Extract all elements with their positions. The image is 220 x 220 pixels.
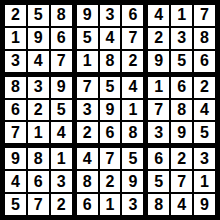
cell-r8c1[interactable]: 4: [5, 171, 26, 192]
cell-r1c2[interactable]: 5: [28, 5, 49, 26]
cell-r4c8[interactable]: 6: [171, 77, 192, 98]
cell-r8c2[interactable]: 6: [28, 171, 49, 192]
cell-r2c7[interactable]: 2: [148, 28, 169, 49]
cell-r9c4[interactable]: 6: [77, 194, 98, 215]
cell-r3c3[interactable]: 7: [51, 51, 72, 72]
cell-r2c6[interactable]: 7: [122, 28, 143, 49]
cell-r7c1[interactable]: 9: [5, 148, 26, 169]
cell-r4c9[interactable]: 2: [194, 77, 215, 98]
cell-r2c1[interactable]: 1: [5, 28, 26, 49]
cell-r2c8[interactable]: 3: [171, 28, 192, 49]
cell-r3c4[interactable]: 1: [77, 51, 98, 72]
cell-r8c7[interactable]: 5: [148, 171, 169, 192]
cell-r6c4[interactable]: 2: [77, 122, 98, 143]
cell-r7c5[interactable]: 7: [100, 148, 121, 169]
cell-r1c3[interactable]: 8: [51, 5, 72, 26]
cell-r1c6[interactable]: 6: [122, 5, 143, 26]
sudoku-box-1: 258196347: [5, 5, 72, 72]
cell-r9c8[interactable]: 4: [171, 194, 192, 215]
cell-r6c7[interactable]: 3: [148, 122, 169, 143]
sudoku-box-5: 754391268: [77, 77, 144, 144]
cell-r4c5[interactable]: 5: [100, 77, 121, 98]
cell-r9c6[interactable]: 3: [122, 194, 143, 215]
sudoku-box-6: 162784395: [148, 77, 215, 144]
sudoku-box-8: 475829613: [77, 148, 144, 215]
sudoku-board: 2581963479365471824172389568396257147543…: [0, 0, 220, 220]
cell-r6c2[interactable]: 1: [28, 122, 49, 143]
cell-r7c3[interactable]: 1: [51, 148, 72, 169]
cell-r3c7[interactable]: 9: [148, 51, 169, 72]
cell-r1c9[interactable]: 7: [194, 5, 215, 26]
cell-r1c8[interactable]: 1: [171, 5, 192, 26]
cell-r3c2[interactable]: 4: [28, 51, 49, 72]
cell-r9c3[interactable]: 2: [51, 194, 72, 215]
cell-r5c9[interactable]: 4: [194, 100, 215, 121]
cell-r5c8[interactable]: 8: [171, 100, 192, 121]
cell-r3c1[interactable]: 3: [5, 51, 26, 72]
cell-r4c2[interactable]: 3: [28, 77, 49, 98]
cell-r2c3[interactable]: 6: [51, 28, 72, 49]
cell-r3c6[interactable]: 2: [122, 51, 143, 72]
cell-r1c1[interactable]: 2: [5, 5, 26, 26]
cell-r3c9[interactable]: 6: [194, 51, 215, 72]
cell-r1c4[interactable]: 9: [77, 5, 98, 26]
cell-r4c1[interactable]: 8: [5, 77, 26, 98]
cell-r3c8[interactable]: 5: [171, 51, 192, 72]
cell-r8c8[interactable]: 7: [171, 171, 192, 192]
cell-r5c7[interactable]: 7: [148, 100, 169, 121]
cell-r2c2[interactable]: 9: [28, 28, 49, 49]
cell-r2c5[interactable]: 4: [100, 28, 121, 49]
sudoku-box-9: 623571849: [148, 148, 215, 215]
cell-r1c5[interactable]: 3: [100, 5, 121, 26]
cell-r4c3[interactable]: 9: [51, 77, 72, 98]
cell-r7c4[interactable]: 4: [77, 148, 98, 169]
cell-r2c4[interactable]: 5: [77, 28, 98, 49]
cell-r8c6[interactable]: 9: [122, 171, 143, 192]
cell-r3c5[interactable]: 8: [100, 51, 121, 72]
cell-r4c7[interactable]: 1: [148, 77, 169, 98]
cell-r4c4[interactable]: 7: [77, 77, 98, 98]
sudoku-box-7: 981463572: [5, 148, 72, 215]
cell-r9c9[interactable]: 9: [194, 194, 215, 215]
cell-r6c5[interactable]: 6: [100, 122, 121, 143]
cell-r9c1[interactable]: 5: [5, 194, 26, 215]
cell-r1c7[interactable]: 4: [148, 5, 169, 26]
cell-r7c8[interactable]: 2: [171, 148, 192, 169]
cell-r9c5[interactable]: 1: [100, 194, 121, 215]
cell-r5c6[interactable]: 1: [122, 100, 143, 121]
sudoku-box-2: 936547182: [77, 5, 144, 72]
cell-r9c2[interactable]: 7: [28, 194, 49, 215]
cell-r8c3[interactable]: 3: [51, 171, 72, 192]
cell-r7c7[interactable]: 6: [148, 148, 169, 169]
cell-r6c3[interactable]: 4: [51, 122, 72, 143]
sudoku-box-4: 839625714: [5, 77, 72, 144]
cell-r5c3[interactable]: 5: [51, 100, 72, 121]
cell-r4c6[interactable]: 4: [122, 77, 143, 98]
cell-r5c4[interactable]: 3: [77, 100, 98, 121]
cell-r8c5[interactable]: 2: [100, 171, 121, 192]
cell-r5c2[interactable]: 2: [28, 100, 49, 121]
cell-r8c4[interactable]: 8: [77, 171, 98, 192]
cell-r6c9[interactable]: 5: [194, 122, 215, 143]
cell-r5c1[interactable]: 6: [5, 100, 26, 121]
cell-r6c1[interactable]: 7: [5, 122, 26, 143]
cell-r2c9[interactable]: 8: [194, 28, 215, 49]
cell-r5c5[interactable]: 9: [100, 100, 121, 121]
cell-r7c6[interactable]: 5: [122, 148, 143, 169]
cell-r7c2[interactable]: 8: [28, 148, 49, 169]
cell-r9c7[interactable]: 8: [148, 194, 169, 215]
cell-r7c9[interactable]: 3: [194, 148, 215, 169]
cell-r6c6[interactable]: 8: [122, 122, 143, 143]
cell-r6c8[interactable]: 9: [171, 122, 192, 143]
cell-r8c9[interactable]: 1: [194, 171, 215, 192]
sudoku-box-3: 417238956: [148, 5, 215, 72]
